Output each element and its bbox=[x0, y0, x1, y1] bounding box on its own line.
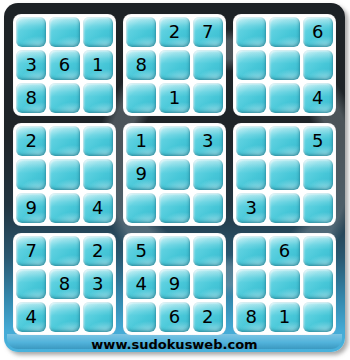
cell-r3c1[interactable]: 8 bbox=[16, 83, 46, 113]
cell-r3c8[interactable] bbox=[269, 83, 299, 113]
cell-r4c2[interactable] bbox=[49, 126, 79, 156]
cell-r6c6[interactable] bbox=[193, 193, 223, 223]
cell-r5c3[interactable] bbox=[83, 159, 113, 189]
cell-r2c5[interactable] bbox=[159, 50, 189, 80]
cell-r3c7[interactable] bbox=[236, 83, 266, 113]
cell-r8c8[interactable] bbox=[269, 269, 299, 299]
board-frame: 3618278164294139537283454962681 www.sudo… bbox=[4, 3, 345, 352]
box-9: 681 bbox=[233, 233, 336, 335]
cell-r2c3[interactable]: 1 bbox=[83, 50, 113, 80]
cell-r3c2[interactable] bbox=[49, 83, 79, 113]
cell-r2c8[interactable] bbox=[269, 50, 299, 80]
cell-r5c4[interactable]: 9 bbox=[126, 159, 156, 189]
cell-r8c9[interactable] bbox=[303, 269, 333, 299]
cell-r3c9[interactable]: 4 bbox=[303, 83, 333, 113]
cell-r7c3[interactable]: 2 bbox=[83, 236, 113, 266]
cell-r6c3[interactable]: 4 bbox=[83, 193, 113, 223]
cell-r6c8[interactable] bbox=[269, 193, 299, 223]
cell-r5c9[interactable] bbox=[303, 159, 333, 189]
cell-r8c6[interactable] bbox=[193, 269, 223, 299]
cell-r9c9[interactable] bbox=[303, 302, 333, 332]
cell-r1c3[interactable] bbox=[83, 17, 113, 47]
cell-r2c6[interactable] bbox=[193, 50, 223, 80]
cell-r7c9[interactable] bbox=[303, 236, 333, 266]
cell-r3c6[interactable] bbox=[193, 83, 223, 113]
cell-r7c2[interactable] bbox=[49, 236, 79, 266]
cell-r9c7[interactable]: 8 bbox=[236, 302, 266, 332]
cell-r7c5[interactable] bbox=[159, 236, 189, 266]
cell-r7c6[interactable] bbox=[193, 236, 223, 266]
site-url: www.sudokusweb.com bbox=[4, 337, 345, 352]
cell-r2c2[interactable]: 6 bbox=[49, 50, 79, 80]
cell-r6c7[interactable]: 3 bbox=[236, 193, 266, 223]
cell-r2c1[interactable]: 3 bbox=[16, 50, 46, 80]
sudoku-page: { "game": "sudoku", "position": "0000270… bbox=[0, 0, 350, 360]
cell-r8c7[interactable] bbox=[236, 269, 266, 299]
cell-r4c3[interactable] bbox=[83, 126, 113, 156]
box-4: 294 bbox=[13, 123, 116, 225]
cell-r9c6[interactable]: 2 bbox=[193, 302, 223, 332]
cell-r3c5[interactable]: 1 bbox=[159, 83, 189, 113]
cell-r6c4[interactable] bbox=[126, 193, 156, 223]
box-6: 53 bbox=[233, 123, 336, 225]
cell-r6c1[interactable]: 9 bbox=[16, 193, 46, 223]
cell-r1c8[interactable] bbox=[269, 17, 299, 47]
cell-r5c7[interactable] bbox=[236, 159, 266, 189]
sudoku-board: 3618278164294139537283454962681 bbox=[13, 14, 336, 335]
cell-r2c9[interactable] bbox=[303, 50, 333, 80]
cell-r2c7[interactable] bbox=[236, 50, 266, 80]
cell-r4c6[interactable]: 3 bbox=[193, 126, 223, 156]
cell-r7c4[interactable]: 5 bbox=[126, 236, 156, 266]
cell-r4c4[interactable]: 1 bbox=[126, 126, 156, 156]
cell-r8c5[interactable]: 9 bbox=[159, 269, 189, 299]
cell-r1c5[interactable]: 2 bbox=[159, 17, 189, 47]
cell-r4c8[interactable] bbox=[269, 126, 299, 156]
cell-r4c7[interactable] bbox=[236, 126, 266, 156]
cell-r8c1[interactable] bbox=[16, 269, 46, 299]
box-5: 139 bbox=[123, 123, 226, 225]
cell-r9c5[interactable]: 6 bbox=[159, 302, 189, 332]
cell-r4c5[interactable] bbox=[159, 126, 189, 156]
box-7: 72834 bbox=[13, 233, 116, 335]
cell-r3c3[interactable] bbox=[83, 83, 113, 113]
cell-r9c4[interactable] bbox=[126, 302, 156, 332]
cell-r1c2[interactable] bbox=[49, 17, 79, 47]
cell-r9c2[interactable] bbox=[49, 302, 79, 332]
cell-r5c8[interactable] bbox=[269, 159, 299, 189]
cell-r5c2[interactable] bbox=[49, 159, 79, 189]
cell-r9c8[interactable]: 1 bbox=[269, 302, 299, 332]
cell-r3c4[interactable] bbox=[126, 83, 156, 113]
cell-r2c4[interactable]: 8 bbox=[126, 50, 156, 80]
cell-r1c1[interactable] bbox=[16, 17, 46, 47]
cell-r6c2[interactable] bbox=[49, 193, 79, 223]
cell-r5c5[interactable] bbox=[159, 159, 189, 189]
cell-r8c4[interactable]: 4 bbox=[126, 269, 156, 299]
cell-r7c1[interactable]: 7 bbox=[16, 236, 46, 266]
cell-r9c3[interactable] bbox=[83, 302, 113, 332]
box-8: 54962 bbox=[123, 233, 226, 335]
cell-r1c7[interactable] bbox=[236, 17, 266, 47]
cell-r9c1[interactable]: 4 bbox=[16, 302, 46, 332]
cell-r4c9[interactable]: 5 bbox=[303, 126, 333, 156]
box-3: 64 bbox=[233, 14, 336, 116]
cell-r8c3[interactable]: 3 bbox=[83, 269, 113, 299]
box-2: 2781 bbox=[123, 14, 226, 116]
cell-r1c4[interactable] bbox=[126, 17, 156, 47]
cell-r5c6[interactable] bbox=[193, 159, 223, 189]
cell-r1c9[interactable]: 6 bbox=[303, 17, 333, 47]
cell-r8c2[interactable]: 8 bbox=[49, 269, 79, 299]
cell-r6c9[interactable] bbox=[303, 193, 333, 223]
cell-r4c1[interactable]: 2 bbox=[16, 126, 46, 156]
cell-r7c8[interactable]: 6 bbox=[269, 236, 299, 266]
cell-r6c5[interactable] bbox=[159, 193, 189, 223]
cell-r1c6[interactable]: 7 bbox=[193, 17, 223, 47]
box-1: 3618 bbox=[13, 14, 116, 116]
cell-r5c1[interactable] bbox=[16, 159, 46, 189]
cell-r7c7[interactable] bbox=[236, 236, 266, 266]
